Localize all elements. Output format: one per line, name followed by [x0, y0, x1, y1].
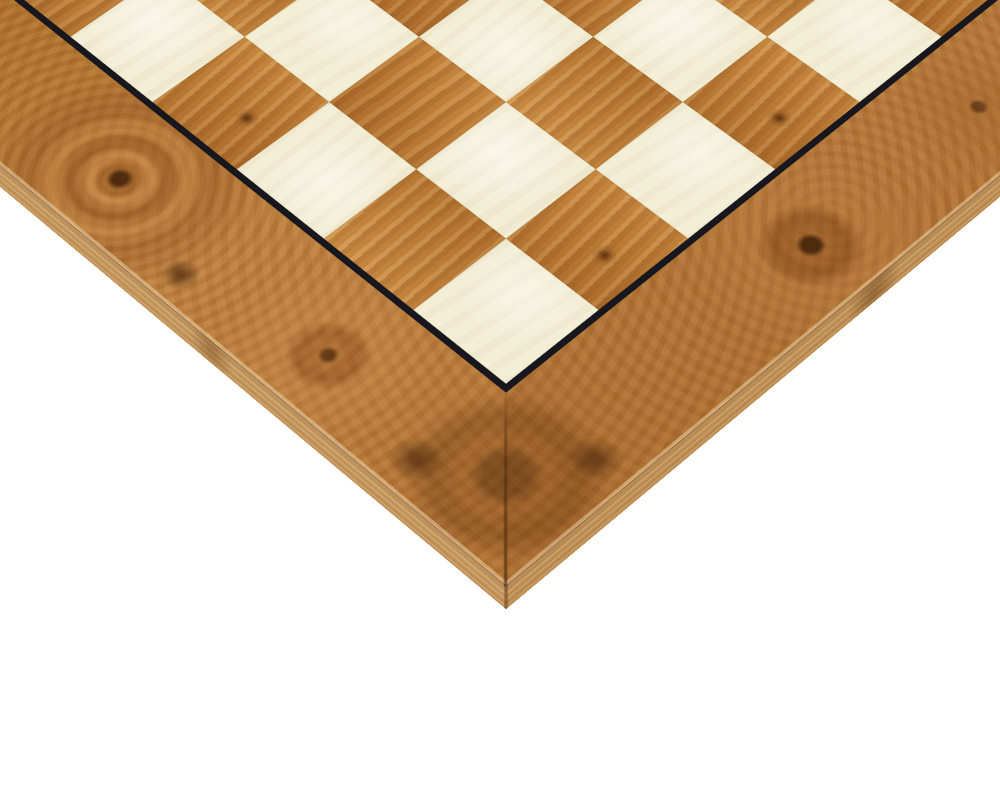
square-e2	[245, 0, 419, 102]
square-h1	[413, 239, 598, 384]
board-scene	[0, 0, 1000, 800]
square-h5	[767, 0, 941, 102]
square-d1	[70, 0, 244, 102]
square-h4	[683, 37, 860, 169]
square-f2	[329, 37, 506, 169]
square-c1	[0, 0, 163, 37]
chess-board	[0, 0, 1000, 585]
square-g3	[506, 37, 683, 169]
square-h3	[596, 102, 775, 239]
square-d2	[163, 0, 335, 37]
square-f4	[506, 0, 678, 37]
square-h6	[849, 0, 1000, 37]
square-g5	[678, 0, 850, 37]
square-g1	[324, 169, 506, 310]
playing-field	[0, 0, 1000, 393]
square-g2	[416, 102, 595, 239]
square-e3	[334, 0, 506, 37]
square-e1	[152, 37, 329, 169]
border-miter-seam	[504, 384, 508, 586]
square-h2	[506, 169, 688, 310]
square-f3	[419, 0, 593, 102]
square-f1	[237, 102, 416, 239]
square-g4	[593, 0, 767, 102]
product-photo-stage	[0, 0, 1000, 800]
